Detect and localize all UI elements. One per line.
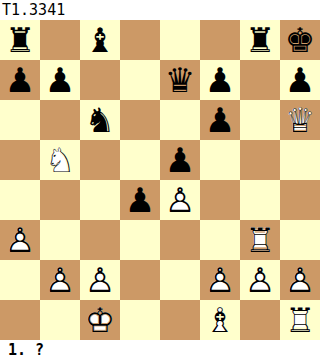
piece-glyph: ♙	[200, 260, 240, 300]
piece-glyph: ♟	[40, 60, 80, 100]
square-a8[interactable]: ♜	[0, 20, 40, 60]
puzzle-id: T1.3341	[0, 0, 320, 20]
piece-glyph: ♙	[80, 260, 120, 300]
piece-glyph: ♗	[200, 300, 240, 340]
piece-white-king[interactable]: ♚♔	[80, 300, 120, 340]
square-f6[interactable]: ♟	[200, 100, 240, 140]
square-g3[interactable]: ♜♖	[240, 220, 280, 260]
square-g1[interactable]	[240, 300, 280, 340]
square-d8[interactable]	[120, 20, 160, 60]
piece-white-rook[interactable]: ♜♖	[240, 220, 280, 260]
square-d5[interactable]	[120, 140, 160, 180]
piece-glyph: ♘	[40, 140, 80, 180]
square-d1[interactable]	[120, 300, 160, 340]
piece-glyph: ♖	[240, 220, 280, 260]
piece-black-pawn[interactable]: ♟	[120, 180, 160, 220]
piece-white-knight[interactable]: ♞♘	[40, 140, 80, 180]
piece-white-pawn[interactable]: ♟♙	[80, 260, 120, 300]
square-h2[interactable]: ♟♙	[280, 260, 320, 300]
square-b8[interactable]	[40, 20, 80, 60]
piece-white-bishop[interactable]: ♝♗	[200, 300, 240, 340]
square-e7[interactable]: ♛	[160, 60, 200, 100]
square-c3[interactable]	[80, 220, 120, 260]
piece-glyph: ♙	[240, 260, 280, 300]
square-b2[interactable]: ♟♙	[40, 260, 80, 300]
square-g2[interactable]: ♟♙	[240, 260, 280, 300]
square-h5[interactable]	[280, 140, 320, 180]
square-d7[interactable]	[120, 60, 160, 100]
square-h8[interactable]: ♚	[280, 20, 320, 60]
square-b3[interactable]	[40, 220, 80, 260]
piece-glyph: ♟	[280, 60, 320, 100]
square-b4[interactable]	[40, 180, 80, 220]
square-h3[interactable]	[280, 220, 320, 260]
square-h1[interactable]: ♜♖	[280, 300, 320, 340]
piece-black-knight[interactable]: ♞	[80, 100, 120, 140]
square-c8[interactable]: ♝	[80, 20, 120, 60]
square-b5[interactable]: ♞♘	[40, 140, 80, 180]
piece-glyph: ♟	[120, 180, 160, 220]
piece-glyph: ♙	[40, 260, 80, 300]
piece-white-queen[interactable]: ♛♕	[280, 100, 320, 140]
piece-black-pawn[interactable]: ♟	[200, 60, 240, 100]
square-g5[interactable]	[240, 140, 280, 180]
square-h6[interactable]: ♛♕	[280, 100, 320, 140]
piece-glyph: ♜	[240, 20, 280, 60]
piece-black-pawn[interactable]: ♟	[0, 60, 40, 100]
square-a2[interactable]	[0, 260, 40, 300]
square-g4[interactable]	[240, 180, 280, 220]
square-g7[interactable]	[240, 60, 280, 100]
piece-black-king[interactable]: ♚	[280, 20, 320, 60]
piece-black-rook[interactable]: ♜	[240, 20, 280, 60]
piece-black-rook[interactable]: ♜	[0, 20, 40, 60]
move-prompt: 1. ?	[0, 340, 320, 360]
square-a4[interactable]	[0, 180, 40, 220]
square-a3[interactable]: ♟♙	[0, 220, 40, 260]
piece-white-pawn[interactable]: ♟♙	[40, 260, 80, 300]
square-a5[interactable]	[0, 140, 40, 180]
piece-glyph: ♜	[0, 20, 40, 60]
square-e4[interactable]: ♟♙	[160, 180, 200, 220]
piece-glyph: ♟	[200, 100, 240, 140]
square-e1[interactable]	[160, 300, 200, 340]
piece-black-pawn[interactable]: ♟	[40, 60, 80, 100]
piece-glyph: ♙	[160, 180, 200, 220]
square-d4[interactable]: ♟	[120, 180, 160, 220]
chess-board: ♜♝♜♚♟♟♛♟♟♞♟♛♕♞♘♟♟♟♙♟♙♜♖♟♙♟♙♟♙♟♙♟♙♚♔♝♗♜♖	[0, 20, 320, 340]
square-h4[interactable]	[280, 180, 320, 220]
square-g8[interactable]: ♜	[240, 20, 280, 60]
square-f8[interactable]	[200, 20, 240, 60]
square-b6[interactable]	[40, 100, 80, 140]
piece-glyph: ♙	[280, 260, 320, 300]
piece-white-rook[interactable]: ♜♖	[280, 300, 320, 340]
piece-white-pawn[interactable]: ♟♙	[240, 260, 280, 300]
square-f7[interactable]: ♟	[200, 60, 240, 100]
square-c6[interactable]: ♞	[80, 100, 120, 140]
square-f4[interactable]	[200, 180, 240, 220]
piece-black-pawn[interactable]: ♟	[280, 60, 320, 100]
piece-glyph: ♟	[200, 60, 240, 100]
square-b1[interactable]	[40, 300, 80, 340]
square-e6[interactable]	[160, 100, 200, 140]
square-f3[interactable]	[200, 220, 240, 260]
square-c4[interactable]	[80, 180, 120, 220]
piece-black-bishop[interactable]: ♝	[80, 20, 120, 60]
square-g6[interactable]	[240, 100, 280, 140]
piece-white-pawn[interactable]: ♟♙	[200, 260, 240, 300]
square-h7[interactable]: ♟	[280, 60, 320, 100]
square-b7[interactable]: ♟	[40, 60, 80, 100]
piece-black-queen[interactable]: ♛	[160, 60, 200, 100]
piece-glyph: ♟	[160, 140, 200, 180]
piece-glyph: ♙	[0, 220, 40, 260]
square-d2[interactable]	[120, 260, 160, 300]
piece-black-pawn[interactable]: ♟	[160, 140, 200, 180]
square-a7[interactable]: ♟	[0, 60, 40, 100]
square-c7[interactable]	[80, 60, 120, 100]
square-a6[interactable]	[0, 100, 40, 140]
square-c1[interactable]: ♚♔	[80, 300, 120, 340]
square-d3[interactable]	[120, 220, 160, 260]
piece-glyph: ♔	[80, 300, 120, 340]
piece-glyph: ♝	[80, 20, 120, 60]
square-a1[interactable]	[0, 300, 40, 340]
piece-glyph: ♖	[280, 300, 320, 340]
piece-white-pawn[interactable]: ♟♙	[0, 220, 40, 260]
piece-glyph: ♞	[80, 100, 120, 140]
piece-glyph: ♕	[280, 100, 320, 140]
piece-glyph: ♛	[160, 60, 200, 100]
square-e8[interactable]	[160, 20, 200, 60]
square-f1[interactable]: ♝♗	[200, 300, 240, 340]
piece-glyph: ♚	[280, 20, 320, 60]
square-e2[interactable]	[160, 260, 200, 300]
piece-white-pawn[interactable]: ♟♙	[280, 260, 320, 300]
square-e5[interactable]: ♟	[160, 140, 200, 180]
square-e3[interactable]	[160, 220, 200, 260]
piece-white-pawn[interactable]: ♟♙	[160, 180, 200, 220]
square-c5[interactable]	[80, 140, 120, 180]
piece-glyph: ♟	[0, 60, 40, 100]
square-c2[interactable]: ♟♙	[80, 260, 120, 300]
piece-black-pawn[interactable]: ♟	[200, 100, 240, 140]
square-f5[interactable]	[200, 140, 240, 180]
square-d6[interactable]	[120, 100, 160, 140]
square-f2[interactable]: ♟♙	[200, 260, 240, 300]
